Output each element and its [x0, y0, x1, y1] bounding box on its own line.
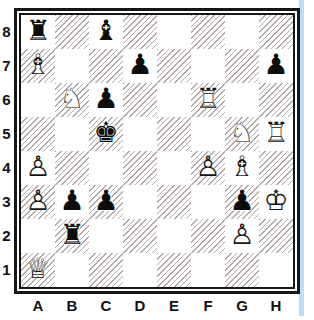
rank-label-2: 2 — [0, 219, 13, 253]
square-g8[interactable] — [225, 15, 259, 49]
rank-label-3: 3 — [0, 185, 13, 219]
piece-white-queen: ♛♕ — [21, 253, 55, 287]
square-b6[interactable]: ♞♘ — [55, 83, 89, 117]
square-h7[interactable]: ♟ — [259, 49, 293, 83]
square-e4[interactable] — [157, 151, 191, 185]
piece-white-pawn: ♟♙ — [21, 151, 55, 185]
square-h8[interactable] — [259, 15, 293, 49]
square-d7[interactable]: ♟ — [123, 49, 157, 83]
piece-black-pawn: ♟ — [225, 185, 259, 219]
square-c8[interactable]: ♝ — [89, 15, 123, 49]
square-e6[interactable] — [157, 83, 191, 117]
piece-black-king: ♚ — [89, 117, 123, 151]
file-label-e: E — [157, 297, 191, 314]
file-labels: A B C D E F G H — [21, 297, 293, 314]
square-a6[interactable] — [21, 83, 55, 117]
piece-black-rook: ♜ — [55, 219, 89, 253]
piece-white-rook: ♜♖ — [191, 83, 225, 117]
square-g3[interactable]: ♟ — [225, 185, 259, 219]
chess-board: ♜♝♝♗♟♟♞♘♟♜♖♚♞♘♜♖♟♙♟♙♝♗♟♙♟♟♟♚♔♜♟♙♛♕ — [19, 13, 295, 289]
square-g6[interactable] — [225, 83, 259, 117]
rank-label-1: 1 — [0, 253, 13, 287]
piece-white-king: ♚♔ — [259, 185, 293, 219]
square-b7[interactable] — [55, 49, 89, 83]
square-b4[interactable] — [55, 151, 89, 185]
square-b3[interactable]: ♟ — [55, 185, 89, 219]
piece-black-pawn: ♟ — [89, 83, 123, 117]
square-g1[interactable] — [225, 253, 259, 287]
square-e8[interactable] — [157, 15, 191, 49]
square-c2[interactable] — [89, 219, 123, 253]
rank-label-6: 6 — [0, 83, 13, 117]
square-e7[interactable] — [157, 49, 191, 83]
piece-black-pawn: ♟ — [259, 49, 293, 83]
square-f3[interactable] — [191, 185, 225, 219]
square-c4[interactable] — [89, 151, 123, 185]
square-c5[interactable]: ♚ — [89, 117, 123, 151]
square-g2[interactable]: ♟♙ — [225, 219, 259, 253]
square-e3[interactable] — [157, 185, 191, 219]
square-f5[interactable] — [191, 117, 225, 151]
square-d4[interactable] — [123, 151, 157, 185]
square-g7[interactable] — [225, 49, 259, 83]
square-a4[interactable]: ♟♙ — [21, 151, 55, 185]
square-d5[interactable] — [123, 117, 157, 151]
square-f4[interactable]: ♟♙ — [191, 151, 225, 185]
board-frame: ♜♝♝♗♟♟♞♘♟♜♖♚♞♘♜♖♟♙♟♙♝♗♟♙♟♟♟♚♔♜♟♙♛♕ — [14, 8, 300, 294]
file-label-d: D — [123, 297, 157, 314]
square-d2[interactable] — [123, 219, 157, 253]
square-g4[interactable]: ♝♗ — [225, 151, 259, 185]
piece-white-bishop: ♝♗ — [21, 49, 55, 83]
square-e2[interactable] — [157, 219, 191, 253]
square-g5[interactable]: ♞♘ — [225, 117, 259, 151]
square-d6[interactable] — [123, 83, 157, 117]
square-f1[interactable] — [191, 253, 225, 287]
square-c1[interactable] — [89, 253, 123, 287]
square-h1[interactable] — [259, 253, 293, 287]
piece-black-pawn: ♟ — [55, 185, 89, 219]
piece-black-rook: ♜ — [21, 15, 55, 49]
square-h2[interactable] — [259, 219, 293, 253]
chess-diagram: 8 7 6 5 4 3 2 1 ♜♝♝♗♟♟♞♘♟♜♖♚♞♘♜♖♟♙♟♙♝♗♟♙… — [0, 0, 314, 320]
piece-black-bishop: ♝ — [89, 15, 123, 49]
piece-black-pawn: ♟ — [89, 185, 123, 219]
rank-labels: 8 7 6 5 4 3 2 1 — [0, 8, 14, 294]
piece-white-bishop: ♝♗ — [225, 151, 259, 185]
square-c6[interactable]: ♟ — [89, 83, 123, 117]
square-a8[interactable]: ♜ — [21, 15, 55, 49]
rank-label-8: 8 — [0, 15, 13, 49]
square-a1[interactable]: ♛♕ — [21, 253, 55, 287]
square-a7[interactable]: ♝♗ — [21, 49, 55, 83]
file-label-g: G — [225, 297, 259, 314]
piece-white-pawn: ♟♙ — [225, 219, 259, 253]
square-d3[interactable] — [123, 185, 157, 219]
square-f6[interactable]: ♜♖ — [191, 83, 225, 117]
file-label-f: F — [191, 297, 225, 314]
square-b5[interactable] — [55, 117, 89, 151]
square-d8[interactable] — [123, 15, 157, 49]
square-e1[interactable] — [157, 253, 191, 287]
square-f7[interactable] — [191, 49, 225, 83]
square-h3[interactable]: ♚♔ — [259, 185, 293, 219]
square-h6[interactable] — [259, 83, 293, 117]
square-a5[interactable] — [21, 117, 55, 151]
rank-label-4: 4 — [0, 151, 13, 185]
square-b8[interactable] — [55, 15, 89, 49]
square-e5[interactable] — [157, 117, 191, 151]
file-label-b: B — [55, 297, 89, 314]
square-a3[interactable]: ♟♙ — [21, 185, 55, 219]
square-h4[interactable] — [259, 151, 293, 185]
piece-white-pawn: ♟♙ — [21, 185, 55, 219]
rank-label-5: 5 — [0, 117, 13, 151]
file-label-c: C — [89, 297, 123, 314]
file-label-a: A — [21, 297, 55, 314]
piece-black-pawn: ♟ — [123, 49, 157, 83]
piece-white-knight: ♞♘ — [225, 117, 259, 151]
square-f8[interactable] — [191, 15, 225, 49]
square-b2[interactable]: ♜ — [55, 219, 89, 253]
square-a2[interactable] — [21, 219, 55, 253]
rank-label-7: 7 — [0, 49, 13, 83]
square-c7[interactable] — [89, 49, 123, 83]
piece-white-knight: ♞♘ — [55, 83, 89, 117]
file-label-h: H — [259, 297, 293, 314]
piece-white-pawn: ♟♙ — [191, 151, 225, 185]
square-f2[interactable] — [191, 219, 225, 253]
square-d1[interactable] — [123, 253, 157, 287]
square-b1[interactable] — [55, 253, 89, 287]
square-c3[interactable]: ♟ — [89, 185, 123, 219]
square-h5[interactable]: ♜♖ — [259, 117, 293, 151]
piece-white-rook: ♜♖ — [259, 117, 293, 151]
